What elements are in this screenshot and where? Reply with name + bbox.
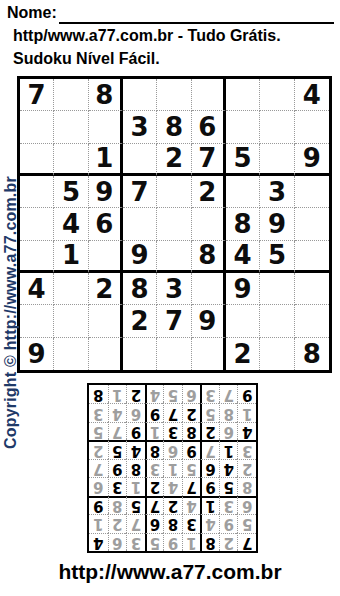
puzzle-cell-r9c3[interactable]: [89, 338, 123, 370]
puzzle-cell-r4c7[interactable]: [226, 176, 260, 208]
puzzle-cell-r2c1[interactable]: [20, 111, 54, 143]
solution-cell-r6c1: 3: [237, 440, 256, 458]
puzzle-cell-r4c1[interactable]: [20, 176, 54, 208]
solution-cell-r1c8: 6: [108, 533, 127, 551]
puzzle-cell-r2c4: 3: [123, 111, 157, 143]
puzzle-cell-r4c8: 3: [260, 176, 294, 208]
puzzle-cell-r2c2[interactable]: [54, 111, 88, 143]
solution-cell-r7c9: 5: [89, 422, 108, 440]
puzzle-cell-r3c4[interactable]: [123, 144, 157, 176]
solution-cell-r3c9: 9: [89, 496, 108, 514]
solution-cell-r4c3: 9: [200, 477, 219, 495]
puzzle-cell-r6c8: 5: [260, 241, 294, 273]
solution-cell-r8c7: 6: [126, 403, 145, 421]
puzzle-cell-r1c5[interactable]: [157, 79, 191, 111]
solution-cell-r6c3: 7: [200, 440, 219, 458]
solution-cell-r9c2: 7: [219, 385, 238, 403]
solution-cell-r4c2: 5: [219, 477, 238, 495]
puzzle-cell-r2c9[interactable]: [295, 111, 329, 143]
solution-cell-r5c2: 4: [219, 459, 238, 477]
solution-cell-r4c9: 6: [89, 477, 108, 495]
puzzle-cell-r3c3: 1: [89, 144, 123, 176]
puzzle-cell-r2c7[interactable]: [226, 111, 260, 143]
solution-cell-r4c1: 8: [237, 477, 256, 495]
solution-cell-r6c9: 2: [89, 440, 108, 458]
solution-cell-r3c3: 1: [200, 496, 219, 514]
puzzle-cell-r7c6[interactable]: [192, 273, 226, 305]
puzzle-cell-r1c4[interactable]: [123, 79, 157, 111]
solution-cell-r1c2: 2: [219, 533, 238, 551]
solution-cell-r9c8: 1: [108, 385, 127, 403]
solution-cell-r1c4: 1: [182, 533, 201, 551]
puzzle-cell-r9c1: 9: [20, 338, 54, 370]
puzzle-cell-r8c3[interactable]: [89, 305, 123, 337]
puzzle-cell-r3c8[interactable]: [260, 144, 294, 176]
puzzle-cell-r4c3: 9: [89, 176, 123, 208]
solution-cell-r3c6: 7: [145, 496, 164, 514]
puzzle-cell-r5c4[interactable]: [123, 208, 157, 240]
solution-cell-r8c5: 7: [163, 403, 182, 421]
solution-cell-r5c8: 9: [108, 459, 127, 477]
solution-cell-r5c1: 2: [237, 459, 256, 477]
puzzle-cell-r2c6: 6: [192, 111, 226, 143]
puzzle-cell-r6c4: 9: [123, 241, 157, 273]
solution-cell-r9c9: 8: [89, 385, 108, 403]
solution-cell-r2c5: 8: [163, 514, 182, 532]
solution-cell-r5c5: 1: [163, 459, 182, 477]
puzzle-cell-r7c7: 9: [226, 273, 260, 305]
puzzle-cell-r7c9[interactable]: [295, 273, 329, 305]
solution-cell-r4c5: 4: [163, 477, 182, 495]
puzzle-cell-r7c3: 2: [89, 273, 123, 305]
solution-cell-r9c3: 3: [200, 385, 219, 403]
solution-cell-r8c3: 5: [200, 403, 219, 421]
solution-cell-r3c8: 8: [108, 496, 127, 514]
solution-cell-r6c6: 8: [145, 440, 164, 458]
puzzle-cell-r2c8[interactable]: [260, 111, 294, 143]
puzzle-cell-r6c3[interactable]: [89, 241, 123, 273]
solution-cell-r9c5: 5: [163, 385, 182, 403]
puzzle-cell-r3c2[interactable]: [54, 144, 88, 176]
puzzle-cell-r8c5: 7: [157, 305, 191, 337]
puzzle-cell-r9c4[interactable]: [123, 338, 157, 370]
puzzle-cell-r3c9: 9: [295, 144, 329, 176]
solution-cell-r2c7: 7: [126, 514, 145, 532]
solution-cell-r2c1: 5: [237, 514, 256, 532]
name-row: Nome:: [7, 3, 334, 24]
puzzle-cell-r9c9: 8: [295, 338, 329, 370]
puzzle-cell-r1c9: 4: [295, 79, 329, 111]
puzzle-cell-r5c7: 8: [226, 208, 260, 240]
solution-cell-r6c2: 1: [219, 440, 238, 458]
solution-cell-r8c1: 1: [237, 403, 256, 421]
solution-cell-r2c3: 4: [200, 514, 219, 532]
puzzle-cell-r4c6: 2: [192, 176, 226, 208]
solution-cell-r3c7: 5: [126, 496, 145, 514]
puzzle-cell-r1c3: 8: [89, 79, 123, 111]
puzzle-cell-r7c8[interactable]: [260, 273, 294, 305]
puzzle-level-title: Sudoku Nível Fácil.: [13, 50, 160, 68]
solution-cell-r2c6: 6: [145, 514, 164, 532]
puzzle-cell-r6c1[interactable]: [20, 241, 54, 273]
solution-cell-r1c7: 3: [126, 533, 145, 551]
puzzle-cell-r1c6[interactable]: [192, 79, 226, 111]
puzzle-cell-r5c3: 6: [89, 208, 123, 240]
solution-cell-r3c5: 2: [163, 496, 182, 514]
solution-cell-r4c7: 1: [126, 477, 145, 495]
puzzle-cell-r2c5: 8: [157, 111, 191, 143]
footer-url: http://www.a77.com.br: [0, 560, 340, 584]
solution-cell-r5c6: 3: [145, 459, 164, 477]
solution-cell-r2c9: 1: [89, 514, 108, 532]
puzzle-cell-r5c9[interactable]: [295, 208, 329, 240]
solution-cell-r1c1: 7: [237, 533, 256, 551]
solution-cell-r4c6: 2: [145, 477, 164, 495]
solution-cell-r1c3: 8: [200, 533, 219, 551]
puzzle-cell-r8c4: 2: [123, 305, 157, 337]
puzzle-cell-r1c8[interactable]: [260, 79, 294, 111]
solution-cell-r7c2: 6: [219, 422, 238, 440]
printable-sudoku-page: Nome: http/www.a77.com.br - Tudo Grátis.…: [0, 0, 340, 596]
solution-cell-r6c5: 6: [163, 440, 182, 458]
puzzle-cell-r6c6: 8: [192, 241, 226, 273]
puzzle-cell-r3c1[interactable]: [20, 144, 54, 176]
solution-cell-r1c5: 9: [163, 533, 182, 551]
puzzle-cell-r9c5[interactable]: [157, 338, 191, 370]
solution-cell-r7c3: 2: [200, 422, 219, 440]
puzzle-cell-r8c8[interactable]: [260, 305, 294, 337]
solution-cell-r7c7: 9: [126, 422, 145, 440]
solution-grid-rotated: 7281953645943867216314275898597421362465…: [87, 383, 258, 553]
puzzle-cell-r2c3[interactable]: [89, 111, 123, 143]
copyright-vertical-text: Copyright © http://www.a77.com.br: [2, 97, 19, 449]
puzzle-cell-r4c9[interactable]: [295, 176, 329, 208]
puzzle-cell-r6c7: 4: [226, 241, 260, 273]
solution-cell-r1c6: 5: [145, 533, 164, 551]
puzzle-cell-r8c1[interactable]: [20, 305, 54, 337]
puzzle-cell-r4c2: 5: [54, 176, 88, 208]
puzzle-cell-r1c2[interactable]: [54, 79, 88, 111]
solution-cell-r7c8: 7: [108, 422, 127, 440]
solution-cell-r6c4: 9: [182, 440, 201, 458]
puzzle-cell-r8c7[interactable]: [226, 305, 260, 337]
puzzle-cell-r7c2[interactable]: [54, 273, 88, 305]
puzzle-cell-r3c7: 5: [226, 144, 260, 176]
puzzle-cell-r1c1: 7: [20, 79, 54, 111]
puzzle-cell-r9c2[interactable]: [54, 338, 88, 370]
puzzle-cell-r8c9[interactable]: [295, 305, 329, 337]
puzzle-cell-r5c1[interactable]: [20, 208, 54, 240]
solution-cell-r8c4: 2: [182, 403, 201, 421]
solution-cell-r8c9: 3: [89, 403, 108, 421]
puzzle-cell-r7c5: 3: [157, 273, 191, 305]
puzzle-cell-r6c2: 1: [54, 241, 88, 273]
solution-cell-r9c1: 9: [237, 385, 256, 403]
site-title: http/www.a77.com.br - Tudo Grátis.: [13, 27, 281, 45]
solution-cell-r2c2: 9: [219, 514, 238, 532]
puzzle-grid: 784386127595972346891984542839279928: [17, 76, 332, 373]
solution-cell-r7c1: 4: [237, 422, 256, 440]
solution-cell-r5c4: 5: [182, 459, 201, 477]
solution-cell-r5c9: 7: [89, 459, 108, 477]
solution-cell-r8c6: 9: [145, 403, 164, 421]
puzzle-cell-r5c8: 9: [260, 208, 294, 240]
solution-cell-r3c1: 6: [237, 496, 256, 514]
solution-cell-r8c8: 4: [108, 403, 127, 421]
puzzle-cell-r3c5: 2: [157, 144, 191, 176]
puzzle-cell-r9c8[interactable]: [260, 338, 294, 370]
solution-cell-r2c8: 2: [108, 514, 127, 532]
puzzle-cell-r4c4: 7: [123, 176, 157, 208]
solution-cell-r4c4: 7: [182, 477, 201, 495]
puzzle-cell-r6c5[interactable]: [157, 241, 191, 273]
puzzle-cell-r9c7: 2: [226, 338, 260, 370]
puzzle-cell-r4c5[interactable]: [157, 176, 191, 208]
puzzle-cell-r5c2: 4: [54, 208, 88, 240]
puzzle-cell-r3c6: 7: [192, 144, 226, 176]
puzzle-cell-r7c1: 4: [20, 273, 54, 305]
puzzle-cell-r9c6[interactable]: [192, 338, 226, 370]
name-fill-in-line[interactable]: [59, 3, 334, 24]
name-label: Nome:: [7, 3, 57, 24]
puzzle-cell-r1c7[interactable]: [226, 79, 260, 111]
solution-cell-r3c2: 3: [219, 496, 238, 514]
puzzle-cell-r5c5[interactable]: [157, 208, 191, 240]
solution-cell-r7c4: 8: [182, 422, 201, 440]
puzzle-cell-r6c9[interactable]: [295, 241, 329, 273]
solution-cell-r2c4: 3: [182, 514, 201, 532]
solution-cell-r7c6: 1: [145, 422, 164, 440]
puzzle-cell-r5c6[interactable]: [192, 208, 226, 240]
solution-cell-r6c8: 5: [108, 440, 127, 458]
solution-cell-r7c5: 3: [163, 422, 182, 440]
solution-cell-r5c3: 6: [200, 459, 219, 477]
puzzle-cell-r8c6: 9: [192, 305, 226, 337]
solution-cell-r5c7: 8: [126, 459, 145, 477]
solution-cell-r9c7: 2: [126, 385, 145, 403]
solution-cell-r9c6: 4: [145, 385, 164, 403]
solution-cell-r6c7: 4: [126, 440, 145, 458]
solution-cell-r4c8: 3: [108, 477, 127, 495]
solution-cell-r1c9: 4: [89, 533, 108, 551]
solution-cell-r9c4: 6: [182, 385, 201, 403]
puzzle-cell-r8c2[interactable]: [54, 305, 88, 337]
puzzle-cell-r7c4: 8: [123, 273, 157, 305]
solution-cell-r8c2: 8: [219, 403, 238, 421]
solution-cell-r3c4: 4: [182, 496, 201, 514]
